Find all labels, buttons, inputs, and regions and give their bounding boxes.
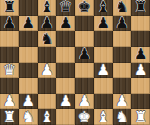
square-f3[interactable] [94, 78, 113, 94]
square-f4[interactable]: ♟ [94, 63, 113, 79]
square-h4[interactable]: ♟ [131, 63, 150, 79]
square-g4[interactable] [113, 63, 132, 79]
black-knight[interactable]: ♞ [40, 31, 53, 46]
square-d2[interactable]: ♟ [56, 94, 75, 110]
square-c4[interactable]: ♟ [38, 63, 57, 79]
square-h8[interactable]: ♜ [131, 0, 150, 16]
square-b6[interactable] [19, 31, 38, 47]
square-c1[interactable]: ♝ [38, 109, 57, 125]
square-a6[interactable] [0, 31, 19, 47]
square-b1[interactable]: ♞ [19, 109, 38, 125]
square-a7[interactable]: ♟ [0, 16, 19, 32]
black-king[interactable]: ♚ [78, 0, 91, 15]
white-knight[interactable]: ♞ [21, 109, 34, 124]
square-e5[interactable]: ♟ [75, 47, 94, 63]
square-g7[interactable]: ♟ [113, 16, 132, 32]
square-h1[interactable]: ♜ [131, 109, 150, 125]
square-e8[interactable]: ♚ [75, 0, 94, 16]
white-rook[interactable]: ♜ [3, 109, 16, 124]
black-pawn[interactable]: ♟ [78, 47, 91, 62]
square-b5[interactable] [19, 47, 38, 63]
white-pawn[interactable]: ♟ [40, 62, 53, 77]
square-a1[interactable]: ♜ [0, 109, 19, 125]
white-pawn[interactable]: ♟ [134, 62, 147, 77]
square-c3[interactable] [38, 78, 57, 94]
square-h7[interactable] [131, 16, 150, 32]
square-d4[interactable] [56, 63, 75, 79]
white-pawn[interactable]: ♟ [96, 62, 109, 77]
square-h3[interactable] [131, 78, 150, 94]
square-a4[interactable]: ♛ [0, 63, 19, 79]
white-knight[interactable]: ♞ [115, 109, 128, 124]
white-pawn[interactable]: ♟ [59, 94, 72, 109]
square-d5[interactable] [56, 47, 75, 63]
square-g6[interactable] [113, 31, 132, 47]
square-d1[interactable] [56, 109, 75, 125]
square-c6[interactable]: ♞ [38, 31, 57, 47]
white-king[interactable]: ♚ [78, 109, 91, 124]
square-f1[interactable]: ♝ [94, 109, 113, 125]
square-b7[interactable]: ♟ [19, 16, 38, 32]
black-pawn[interactable]: ♟ [96, 15, 109, 30]
square-d6[interactable] [56, 31, 75, 47]
black-pawn[interactable]: ♟ [115, 15, 128, 30]
square-e1[interactable]: ♚ [75, 109, 94, 125]
chess-board: ♜♝♛♚♝♞♜♟♟♟♟♟♟♞♟♟♛♟♟♟♟♟♟♟♟♜♞♝♚♝♞♜ [0, 0, 150, 125]
square-e4[interactable] [75, 63, 94, 79]
square-e7[interactable] [75, 16, 94, 32]
white-queen[interactable]: ♛ [3, 62, 16, 77]
white-rook[interactable]: ♜ [134, 109, 147, 124]
black-pawn[interactable]: ♟ [21, 15, 34, 30]
black-rook[interactable]: ♜ [134, 0, 147, 15]
square-g1[interactable]: ♞ [113, 109, 132, 125]
square-b4[interactable] [19, 63, 38, 79]
black-pawn[interactable]: ♟ [3, 15, 16, 30]
black-pawn[interactable]: ♟ [59, 15, 72, 30]
square-g5[interactable] [113, 47, 132, 63]
square-f7[interactable]: ♟ [94, 16, 113, 32]
square-d7[interactable]: ♟ [56, 16, 75, 32]
white-bishop[interactable]: ♝ [96, 109, 109, 124]
square-f6[interactable] [94, 31, 113, 47]
white-bishop[interactable]: ♝ [40, 109, 53, 124]
